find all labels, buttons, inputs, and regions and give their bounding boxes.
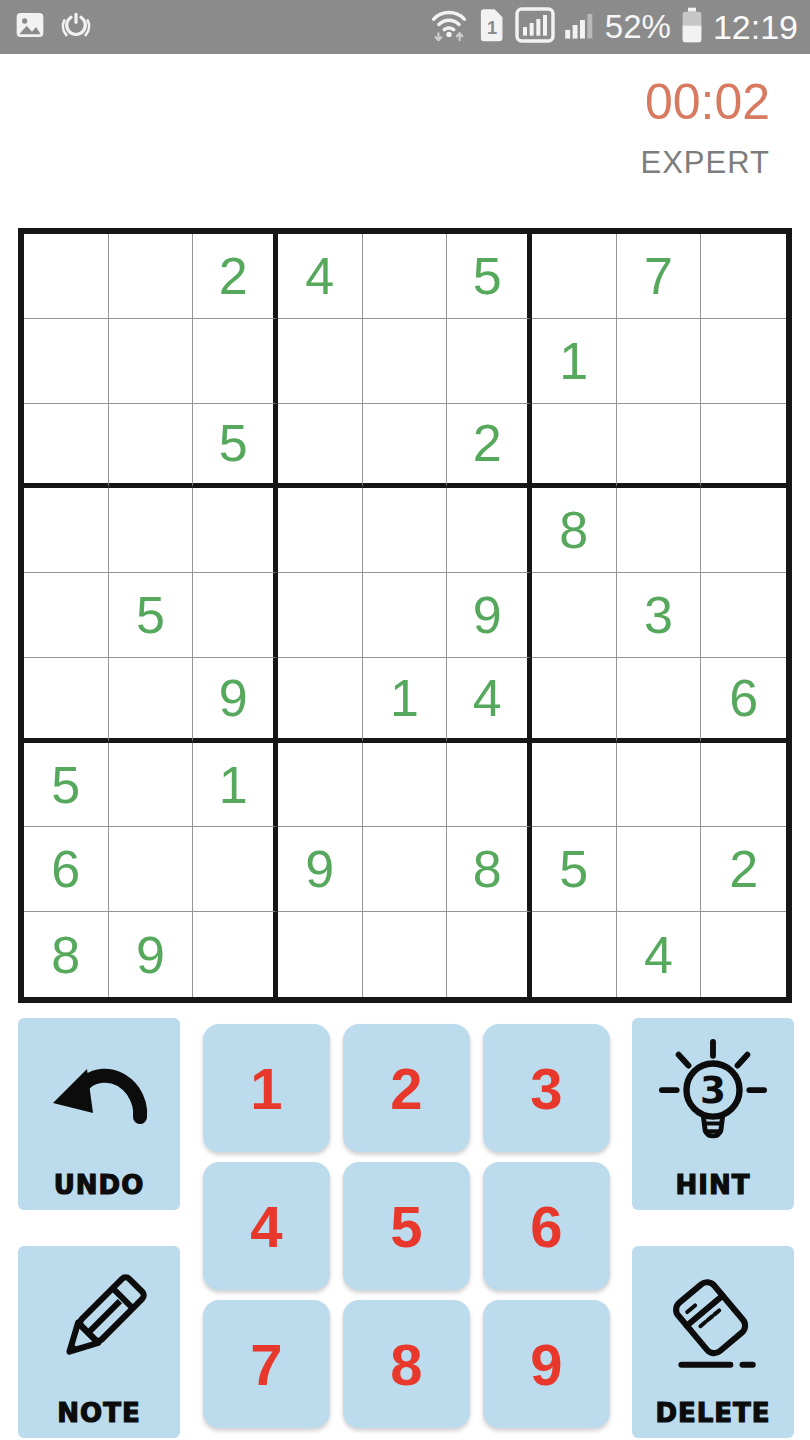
cell-r8c4[interactable]: 9	[278, 827, 363, 912]
cell-r1c8[interactable]: 7	[617, 234, 702, 319]
wifi-icon	[429, 7, 469, 47]
numpad-5[interactable]: 5	[343, 1162, 470, 1290]
cell-r3c7[interactable]	[532, 404, 617, 489]
svg-text:1: 1	[487, 17, 497, 38]
cell-r7c3[interactable]: 1	[193, 743, 278, 828]
cell-r9c2[interactable]: 9	[109, 912, 194, 997]
cell-r4c1[interactable]	[24, 488, 109, 573]
cell-r1c5[interactable]	[363, 234, 448, 319]
cell-r1c2[interactable]	[109, 234, 194, 319]
status-bar: 1 52%	[0, 0, 810, 54]
cell-r7c9[interactable]	[701, 743, 786, 828]
cell-r6c5[interactable]: 1	[363, 658, 448, 743]
cell-r2c3[interactable]	[193, 319, 278, 404]
cell-r5c1[interactable]	[24, 573, 109, 658]
cell-r4c8[interactable]	[617, 488, 702, 573]
note-label: NOTE	[57, 1398, 140, 1428]
gallery-icon	[14, 9, 46, 45]
cell-r5c6[interactable]: 9	[447, 573, 532, 658]
cell-r6c3[interactable]: 9	[193, 658, 278, 743]
cell-r4c2[interactable]	[109, 488, 194, 573]
hint-icon: 3	[658, 1018, 768, 1170]
cell-r2c9[interactable]	[701, 319, 786, 404]
cell-r9c5[interactable]	[363, 912, 448, 997]
numpad-6[interactable]: 6	[483, 1162, 610, 1290]
game-timer: 00:02	[0, 74, 770, 130]
numpad-1[interactable]: 1	[203, 1024, 330, 1152]
cell-r7c8[interactable]	[617, 743, 702, 828]
cell-r4c3[interactable]	[193, 488, 278, 573]
cell-r9c8[interactable]: 4	[617, 912, 702, 997]
cell-r4c9[interactable]	[701, 488, 786, 573]
cell-r2c4[interactable]	[278, 319, 363, 404]
numpad-3[interactable]: 3	[483, 1024, 610, 1152]
undo-label: UNDO	[54, 1170, 145, 1200]
delete-icon	[657, 1246, 769, 1398]
sudoku-board: 2457152859391465169852894	[18, 228, 792, 1003]
cell-r1c1[interactable]	[24, 234, 109, 319]
undo-button[interactable]: UNDO	[18, 1018, 180, 1210]
cell-r1c7[interactable]	[532, 234, 617, 319]
cell-r3c1[interactable]	[24, 404, 109, 489]
cell-r2c6[interactable]	[447, 319, 532, 404]
hint-button[interactable]: 3 HINT	[632, 1018, 794, 1210]
cell-r3c9[interactable]	[701, 404, 786, 489]
hint-label: HINT	[676, 1170, 751, 1200]
cell-r6c7[interactable]	[532, 658, 617, 743]
cell-r3c2[interactable]	[109, 404, 194, 489]
sim1-icon: 1	[478, 8, 506, 46]
cell-r4c4[interactable]	[278, 488, 363, 573]
note-icon	[43, 1246, 155, 1398]
numpad-8[interactable]: 8	[343, 1300, 470, 1428]
power-icon	[60, 9, 92, 45]
cell-r9c4[interactable]	[278, 912, 363, 997]
cell-r9c7[interactable]	[532, 912, 617, 997]
battery-percent: 52%	[605, 8, 671, 46]
cell-r8c2[interactable]	[109, 827, 194, 912]
note-button[interactable]: NOTE	[18, 1246, 180, 1438]
numpad: 123456789	[203, 1024, 610, 1438]
signal-icon	[564, 10, 596, 44]
cell-r1c6[interactable]: 5	[447, 234, 532, 319]
cell-r7c6[interactable]	[447, 743, 532, 828]
left-buttons: UNDO NOTE	[18, 1018, 180, 1438]
cell-r2c5[interactable]	[363, 319, 448, 404]
cell-r7c5[interactable]	[363, 743, 448, 828]
numpad-2[interactable]: 2	[343, 1024, 470, 1152]
cell-r2c2[interactable]	[109, 319, 194, 404]
cell-r5c7[interactable]	[532, 573, 617, 658]
cell-r2c7[interactable]: 1	[532, 319, 617, 404]
cell-r5c2[interactable]: 5	[109, 573, 194, 658]
undo-icon	[47, 1018, 151, 1170]
hint-count: 3	[700, 1068, 726, 1112]
cell-r8c7[interactable]: 5	[532, 827, 617, 912]
cell-r3c3[interactable]: 5	[193, 404, 278, 489]
cell-r4c7[interactable]: 8	[532, 488, 617, 573]
cell-r1c3[interactable]: 2	[193, 234, 278, 319]
cell-r9c3[interactable]	[193, 912, 278, 997]
numpad-9[interactable]: 9	[483, 1300, 610, 1428]
cell-r8c6[interactable]: 8	[447, 827, 532, 912]
numpad-7[interactable]: 7	[203, 1300, 330, 1428]
cell-r6c4[interactable]	[278, 658, 363, 743]
delete-label: DELETE	[655, 1398, 770, 1428]
cell-r3c8[interactable]	[617, 404, 702, 489]
cell-r6c8[interactable]	[617, 658, 702, 743]
cell-r6c1[interactable]	[24, 658, 109, 743]
clock-text: 12:19	[713, 8, 798, 47]
cell-r8c5[interactable]	[363, 827, 448, 912]
cell-r7c4[interactable]	[278, 743, 363, 828]
delete-button[interactable]: DELETE	[632, 1246, 794, 1438]
cell-r7c7[interactable]	[532, 743, 617, 828]
cell-r5c9[interactable]	[701, 573, 786, 658]
cell-r5c3[interactable]	[193, 573, 278, 658]
numpad-4[interactable]: 4	[203, 1162, 330, 1290]
cell-r4c6[interactable]	[447, 488, 532, 573]
right-buttons: 3 HINT D	[632, 1018, 794, 1438]
cell-r9c6[interactable]	[447, 912, 532, 997]
cell-r3c6[interactable]: 2	[447, 404, 532, 489]
cell-r7c2[interactable]	[109, 743, 194, 828]
battery-icon	[680, 7, 704, 47]
cell-r5c8[interactable]: 3	[617, 573, 702, 658]
cell-r2c1[interactable]	[24, 319, 109, 404]
cell-r8c1[interactable]: 6	[24, 827, 109, 912]
cell-r8c8[interactable]	[617, 827, 702, 912]
mobile-data-icon	[515, 7, 555, 47]
difficulty-label: EXPERT	[0, 146, 770, 180]
cell-r7c1[interactable]: 5	[24, 743, 109, 828]
cell-r9c9[interactable]	[701, 912, 786, 997]
game-header: 00:02 EXPERT	[0, 54, 810, 180]
cell-r2c8[interactable]	[617, 319, 702, 404]
cell-r3c4[interactable]	[278, 404, 363, 489]
cell-r5c5[interactable]	[363, 573, 448, 658]
cell-r6c6[interactable]: 4	[447, 658, 532, 743]
controls: UNDO NOTE 123456789	[18, 1018, 792, 1438]
cell-r6c9[interactable]: 6	[701, 658, 786, 743]
cell-r5c4[interactable]	[278, 573, 363, 658]
cell-r4c5[interactable]	[363, 488, 448, 573]
cell-r1c4[interactable]: 4	[278, 234, 363, 319]
cell-r8c3[interactable]	[193, 827, 278, 912]
cell-r8c9[interactable]: 2	[701, 827, 786, 912]
cell-r3c5[interactable]	[363, 404, 448, 489]
cell-r9c1[interactable]: 8	[24, 912, 109, 997]
cell-r6c2[interactable]	[109, 658, 194, 743]
cell-r1c9[interactable]	[701, 234, 786, 319]
